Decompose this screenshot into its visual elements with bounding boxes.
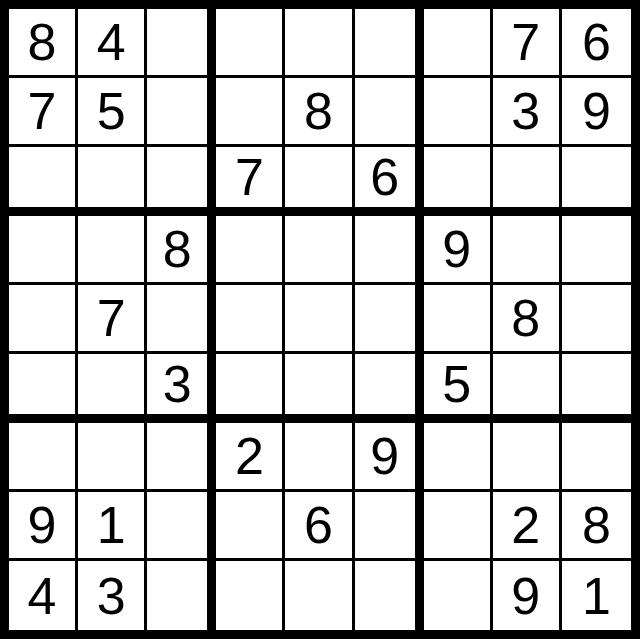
cell-r1c7[interactable] bbox=[424, 9, 493, 78]
cell-r2c6[interactable] bbox=[355, 78, 424, 147]
cell-r6c1[interactable] bbox=[9, 354, 78, 423]
cell-r6c5[interactable] bbox=[285, 354, 354, 423]
cell-r5c6[interactable] bbox=[355, 285, 424, 354]
cell-r5c8[interactable]: 8 bbox=[493, 285, 562, 354]
cell-r6c7[interactable]: 5 bbox=[424, 354, 493, 423]
cell-r1c8[interactable]: 7 bbox=[493, 9, 562, 78]
cell-r6c8[interactable] bbox=[493, 354, 562, 423]
cell-r7c6[interactable]: 9 bbox=[355, 423, 424, 492]
cell-r6c9[interactable] bbox=[562, 354, 631, 423]
cell-r3c8[interactable] bbox=[493, 147, 562, 216]
cell-r3c3[interactable] bbox=[147, 147, 216, 216]
cell-r7c7[interactable] bbox=[424, 423, 493, 492]
cell-r6c2[interactable] bbox=[78, 354, 147, 423]
cell-r4c3[interactable]: 8 bbox=[147, 216, 216, 285]
cell-r5c9[interactable] bbox=[562, 285, 631, 354]
cell-r4c7[interactable]: 9 bbox=[424, 216, 493, 285]
cell-r9c9[interactable]: 1 bbox=[562, 561, 631, 630]
cell-r5c3[interactable] bbox=[147, 285, 216, 354]
cell-r4c4[interactable] bbox=[216, 216, 285, 285]
cell-r1c9[interactable]: 6 bbox=[562, 9, 631, 78]
cell-r8c3[interactable] bbox=[147, 492, 216, 561]
cell-r4c6[interactable] bbox=[355, 216, 424, 285]
cell-r2c1[interactable]: 7 bbox=[9, 78, 78, 147]
cell-r5c2[interactable]: 7 bbox=[78, 285, 147, 354]
cell-r3c5[interactable] bbox=[285, 147, 354, 216]
cell-r8c6[interactable] bbox=[355, 492, 424, 561]
cell-r8c2[interactable]: 1 bbox=[78, 492, 147, 561]
cell-r9c8[interactable]: 9 bbox=[493, 561, 562, 630]
cell-r5c1[interactable] bbox=[9, 285, 78, 354]
cell-r4c8[interactable] bbox=[493, 216, 562, 285]
cell-r1c6[interactable] bbox=[355, 9, 424, 78]
cell-r8c5[interactable]: 6 bbox=[285, 492, 354, 561]
cell-r9c2[interactable]: 3 bbox=[78, 561, 147, 630]
cell-r7c8[interactable] bbox=[493, 423, 562, 492]
cell-r3c2[interactable] bbox=[78, 147, 147, 216]
cell-r7c1[interactable] bbox=[9, 423, 78, 492]
cell-r6c3[interactable]: 3 bbox=[147, 354, 216, 423]
cell-r6c4[interactable] bbox=[216, 354, 285, 423]
cell-r8c8[interactable]: 2 bbox=[493, 492, 562, 561]
cell-r5c5[interactable] bbox=[285, 285, 354, 354]
cell-r3c6[interactable]: 6 bbox=[355, 147, 424, 216]
cell-r1c5[interactable] bbox=[285, 9, 354, 78]
cell-r7c2[interactable] bbox=[78, 423, 147, 492]
cell-r2c8[interactable]: 3 bbox=[493, 78, 562, 147]
cell-r4c1[interactable] bbox=[9, 216, 78, 285]
cell-r3c4[interactable]: 7 bbox=[216, 147, 285, 216]
cell-r3c9[interactable] bbox=[562, 147, 631, 216]
cell-r9c3[interactable] bbox=[147, 561, 216, 630]
cell-r3c7[interactable] bbox=[424, 147, 493, 216]
cell-r1c2[interactable]: 4 bbox=[78, 9, 147, 78]
cell-r8c9[interactable]: 8 bbox=[562, 492, 631, 561]
cell-r7c4[interactable]: 2 bbox=[216, 423, 285, 492]
cell-r2c3[interactable] bbox=[147, 78, 216, 147]
cell-r7c5[interactable] bbox=[285, 423, 354, 492]
cell-r1c3[interactable] bbox=[147, 9, 216, 78]
cell-r4c2[interactable] bbox=[78, 216, 147, 285]
cell-r8c1[interactable]: 9 bbox=[9, 492, 78, 561]
cell-r2c4[interactable] bbox=[216, 78, 285, 147]
cell-r4c9[interactable] bbox=[562, 216, 631, 285]
cell-r2c7[interactable] bbox=[424, 78, 493, 147]
cell-r2c5[interactable]: 8 bbox=[285, 78, 354, 147]
cell-r9c5[interactable] bbox=[285, 561, 354, 630]
cell-r5c7[interactable] bbox=[424, 285, 493, 354]
cell-r8c4[interactable] bbox=[216, 492, 285, 561]
cell-r2c2[interactable]: 5 bbox=[78, 78, 147, 147]
cell-r9c7[interactable] bbox=[424, 561, 493, 630]
cell-r3c1[interactable] bbox=[9, 147, 78, 216]
cell-r6c6[interactable] bbox=[355, 354, 424, 423]
cell-r9c4[interactable] bbox=[216, 561, 285, 630]
sudoku-board: 8476758397689783529916284391 bbox=[0, 0, 640, 639]
cell-r2c9[interactable]: 9 bbox=[562, 78, 631, 147]
cell-r7c3[interactable] bbox=[147, 423, 216, 492]
cell-r9c6[interactable] bbox=[355, 561, 424, 630]
cell-r7c9[interactable] bbox=[562, 423, 631, 492]
cell-r4c5[interactable] bbox=[285, 216, 354, 285]
cell-r5c4[interactable] bbox=[216, 285, 285, 354]
cell-r8c7[interactable] bbox=[424, 492, 493, 561]
cell-r1c1[interactable]: 8 bbox=[9, 9, 78, 78]
cell-r9c1[interactable]: 4 bbox=[9, 561, 78, 630]
cell-r1c4[interactable] bbox=[216, 9, 285, 78]
